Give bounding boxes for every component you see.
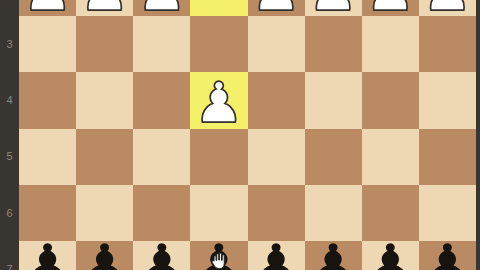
square-h2[interactable]: ♟ (19, 0, 76, 16)
rank-label-6: 6 (0, 207, 19, 219)
square-d3[interactable] (248, 16, 305, 72)
square-a4[interactable] (419, 72, 476, 128)
rank-label-7: 7 (0, 263, 19, 270)
black-pawn-h7[interactable]: ♟ (22, 237, 72, 270)
square-f4[interactable] (133, 72, 190, 128)
black-pawn-b7[interactable]: ♟ (365, 237, 415, 270)
square-b3[interactable] (362, 16, 419, 72)
black-pawn-a7[interactable]: ♟ (422, 237, 472, 270)
square-f5[interactable] (133, 129, 190, 185)
black-pawn-f7[interactable]: ♟ (137, 237, 187, 270)
black-pawn-c7[interactable]: ♟ (308, 237, 358, 270)
square-f7[interactable]: ♟ (133, 241, 190, 270)
square-a5[interactable] (419, 129, 476, 185)
chess-board[interactable]: ♟♟♟♟♟♟♟♟♟♟♟♟♟♟♟♟ (19, 0, 476, 270)
square-d7[interactable]: ♟ (248, 241, 305, 270)
square-c5[interactable] (305, 129, 362, 185)
square-e4[interactable]: ♟ (190, 72, 247, 128)
square-a7[interactable]: ♟ (419, 241, 476, 270)
square-a3[interactable] (419, 16, 476, 72)
square-b5[interactable] (362, 129, 419, 185)
square-b2[interactable]: ♟ (362, 0, 419, 16)
square-e2[interactable] (190, 0, 247, 16)
square-g2[interactable]: ♟ (76, 0, 133, 16)
square-b4[interactable] (362, 72, 419, 128)
black-pawn-d7[interactable]: ♟ (251, 237, 301, 270)
square-f2[interactable]: ♟ (133, 0, 190, 16)
square-g3[interactable] (76, 16, 133, 72)
square-a2[interactable]: ♟ (419, 0, 476, 16)
square-f3[interactable] (133, 16, 190, 72)
square-e3[interactable] (190, 16, 247, 72)
square-c3[interactable] (305, 16, 362, 72)
white-pawn-e4[interactable]: ♟ (194, 75, 244, 131)
square-g5[interactable] (76, 129, 133, 185)
board-frame-right (476, 0, 480, 270)
square-d5[interactable] (248, 129, 305, 185)
square-d4[interactable] (248, 72, 305, 128)
square-g7[interactable]: ♟ (76, 241, 133, 270)
chess-app-screen: ♟♟♟♟♟♟♟♟♟♟♟♟♟♟♟♟ 34567 (0, 0, 480, 270)
square-e7[interactable]: ♟ (190, 241, 247, 270)
square-c7[interactable]: ♟ (305, 241, 362, 270)
square-h5[interactable] (19, 129, 76, 185)
square-h4[interactable] (19, 72, 76, 128)
square-c2[interactable]: ♟ (305, 0, 362, 16)
rank-label-4: 4 (0, 94, 19, 106)
square-d2[interactable]: ♟ (248, 0, 305, 16)
square-h3[interactable] (19, 16, 76, 72)
rank-label-5: 5 (0, 150, 19, 162)
square-c4[interactable] (305, 72, 362, 128)
square-g4[interactable] (76, 72, 133, 128)
black-pawn-e7[interactable]: ♟ (194, 237, 244, 270)
black-pawn-g7[interactable]: ♟ (80, 237, 130, 270)
rank-label-3: 3 (0, 38, 19, 50)
square-h7[interactable]: ♟ (19, 241, 76, 270)
square-e5[interactable] (190, 129, 247, 185)
square-b7[interactable]: ♟ (362, 241, 419, 270)
